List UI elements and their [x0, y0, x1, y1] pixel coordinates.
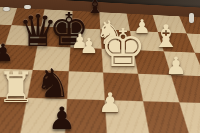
black-pawn-b3[interactable]: ♟ — [48, 103, 76, 133]
white-rook-a4[interactable]: ♜ — [0, 67, 35, 109]
black-knight-b4[interactable]: ♞ — [35, 63, 71, 103]
black-pawn-a5[interactable]: ♟ — [0, 41, 14, 65]
white-pawn-c4[interactable]: ♟ — [98, 89, 122, 116]
chessboard-photo: ♝♟♛♚♞♝♟♟♟♚♟♜♞♟♟ — [0, 0, 200, 133]
square-b3[interactable] — [0, 132, 20, 133]
white-pawn-d6[interactable]: ♟ — [80, 36, 99, 57]
white-king-e5[interactable]: ♚ — [100, 22, 147, 74]
white-bishop-f6[interactable]: ♝ — [152, 21, 180, 52]
hinge-left-hardware — [3, 7, 10, 11]
white-pawn-f5[interactable]: ♟ — [165, 54, 187, 78]
clasp-right-hardware — [189, 13, 194, 23]
